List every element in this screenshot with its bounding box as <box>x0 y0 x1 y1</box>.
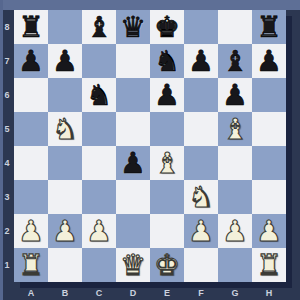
square-g6[interactable]: ♟ <box>218 78 252 112</box>
square-b2[interactable]: ♟ <box>48 214 82 248</box>
rank-coordinate-labels: 87654321 <box>0 10 14 282</box>
rank-label-3: 3 <box>0 180 14 214</box>
square-c5[interactable] <box>82 112 116 146</box>
file-label-b: B <box>48 285 82 300</box>
square-a1[interactable]: ♜ <box>14 248 48 282</box>
square-a2[interactable]: ♟ <box>14 214 48 248</box>
white-king-e1[interactable]: ♚ <box>154 248 180 282</box>
black-pawn-e6[interactable]: ♟ <box>154 78 180 112</box>
rank-label-8: 8 <box>0 10 14 44</box>
black-bishop-c8[interactable]: ♝ <box>86 10 112 44</box>
white-pawn-c2[interactable]: ♟ <box>86 214 112 248</box>
black-pawn-d4[interactable]: ♟ <box>120 146 146 180</box>
square-h3[interactable] <box>252 180 286 214</box>
square-f7[interactable]: ♟ <box>184 44 218 78</box>
frame-top-bevel <box>0 0 300 10</box>
square-e5[interactable] <box>150 112 184 146</box>
square-c6[interactable]: ♞ <box>82 78 116 112</box>
black-king-e8[interactable]: ♚ <box>154 10 180 44</box>
rank-label-4: 4 <box>0 146 14 180</box>
rank-label-7: 7 <box>0 44 14 78</box>
square-c8[interactable]: ♝ <box>82 10 116 44</box>
square-b1[interactable] <box>48 248 82 282</box>
square-b8[interactable] <box>48 10 82 44</box>
square-h5[interactable] <box>252 112 286 146</box>
square-g1[interactable] <box>218 248 252 282</box>
square-d6[interactable] <box>116 78 150 112</box>
file-label-f: F <box>184 285 218 300</box>
white-pawn-b2[interactable]: ♟ <box>52 214 78 248</box>
square-b3[interactable] <box>48 180 82 214</box>
square-e7[interactable]: ♞ <box>150 44 184 78</box>
square-e1[interactable]: ♚ <box>150 248 184 282</box>
rank-label-1: 1 <box>0 248 14 282</box>
white-pawn-h2[interactable]: ♟ <box>256 214 282 248</box>
square-f5[interactable] <box>184 112 218 146</box>
file-label-h: H <box>252 285 286 300</box>
rank-label-2: 2 <box>0 214 14 248</box>
square-b5[interactable]: ♞ <box>48 112 82 146</box>
black-queen-d8[interactable]: ♛ <box>120 10 146 44</box>
black-pawn-g6[interactable]: ♟ <box>222 78 248 112</box>
chess-board: ♜♝♛♚♜♟♟♞♟♝♟♞♟♟♞♝♟♝♞♟♟♟♟♟♟♜♛♚♜ <box>14 10 286 282</box>
square-e6[interactable]: ♟ <box>150 78 184 112</box>
square-h7[interactable]: ♟ <box>252 44 286 78</box>
square-g4[interactable] <box>218 146 252 180</box>
square-d8[interactable]: ♛ <box>116 10 150 44</box>
square-c7[interactable] <box>82 44 116 78</box>
square-d7[interactable] <box>116 44 150 78</box>
square-c2[interactable]: ♟ <box>82 214 116 248</box>
file-label-c: C <box>82 285 116 300</box>
black-rook-a8[interactable]: ♜ <box>18 10 44 44</box>
square-g8[interactable] <box>218 10 252 44</box>
square-f3[interactable]: ♞ <box>184 180 218 214</box>
square-f8[interactable] <box>184 10 218 44</box>
square-g5[interactable]: ♝ <box>218 112 252 146</box>
square-b7[interactable]: ♟ <box>48 44 82 78</box>
square-a7[interactable]: ♟ <box>14 44 48 78</box>
white-pawn-g2[interactable]: ♟ <box>222 214 248 248</box>
white-pawn-a2[interactable]: ♟ <box>18 214 44 248</box>
square-b6[interactable] <box>48 78 82 112</box>
white-knight-b5[interactable]: ♞ <box>52 112 78 146</box>
black-pawn-h7[interactable]: ♟ <box>256 44 282 78</box>
rank-label-5: 5 <box>0 112 14 146</box>
white-rook-a1[interactable]: ♜ <box>18 248 44 282</box>
square-d5[interactable] <box>116 112 150 146</box>
square-e8[interactable]: ♚ <box>150 10 184 44</box>
file-coordinate-labels: ABCDEFGH <box>14 285 286 300</box>
square-h1[interactable]: ♜ <box>252 248 286 282</box>
white-queen-d1[interactable]: ♛ <box>120 248 146 282</box>
square-b4[interactable] <box>48 146 82 180</box>
square-d2[interactable] <box>116 214 150 248</box>
square-a3[interactable] <box>14 180 48 214</box>
chess-app-window: ♜♝♛♚♜♟♟♞♟♝♟♞♟♟♞♝♟♝♞♟♟♟♟♟♟♜♛♚♜ 87654321 A… <box>0 0 300 300</box>
white-pawn-f2[interactable]: ♟ <box>188 214 214 248</box>
black-pawn-a7[interactable]: ♟ <box>18 44 44 78</box>
black-pawn-b7[interactable]: ♟ <box>52 44 78 78</box>
white-bishop-g5[interactable]: ♝ <box>222 112 248 146</box>
square-e2[interactable] <box>150 214 184 248</box>
square-c1[interactable] <box>82 248 116 282</box>
square-d1[interactable]: ♛ <box>116 248 150 282</box>
file-label-a: A <box>14 285 48 300</box>
square-h4[interactable] <box>252 146 286 180</box>
square-h6[interactable] <box>252 78 286 112</box>
square-c3[interactable] <box>82 180 116 214</box>
square-g7[interactable]: ♝ <box>218 44 252 78</box>
square-g3[interactable] <box>218 180 252 214</box>
square-d3[interactable] <box>116 180 150 214</box>
black-rook-h8[interactable]: ♜ <box>256 10 282 44</box>
square-d4[interactable]: ♟ <box>116 146 150 180</box>
file-label-d: D <box>116 285 150 300</box>
white-knight-f3[interactable]: ♞ <box>188 180 214 214</box>
square-h8[interactable]: ♜ <box>252 10 286 44</box>
square-a6[interactable] <box>14 78 48 112</box>
square-e4[interactable]: ♝ <box>150 146 184 180</box>
black-bishop-g7[interactable]: ♝ <box>222 44 248 78</box>
black-knight-e7[interactable]: ♞ <box>154 44 180 78</box>
square-a8[interactable]: ♜ <box>14 10 48 44</box>
square-h2[interactable]: ♟ <box>252 214 286 248</box>
square-a4[interactable] <box>14 146 48 180</box>
square-a5[interactable] <box>14 112 48 146</box>
square-e3[interactable] <box>150 180 184 214</box>
white-rook-h1[interactable]: ♜ <box>256 248 282 282</box>
square-f1[interactable] <box>184 248 218 282</box>
square-c4[interactable] <box>82 146 116 180</box>
file-label-g: G <box>218 285 252 300</box>
black-knight-c6[interactable]: ♞ <box>86 78 112 112</box>
white-bishop-e4[interactable]: ♝ <box>154 146 180 180</box>
square-g2[interactable]: ♟ <box>218 214 252 248</box>
square-f6[interactable] <box>184 78 218 112</box>
square-f4[interactable] <box>184 146 218 180</box>
black-pawn-f7[interactable]: ♟ <box>188 44 214 78</box>
file-label-e: E <box>150 285 184 300</box>
rank-label-6: 6 <box>0 78 14 112</box>
square-f2[interactable]: ♟ <box>184 214 218 248</box>
